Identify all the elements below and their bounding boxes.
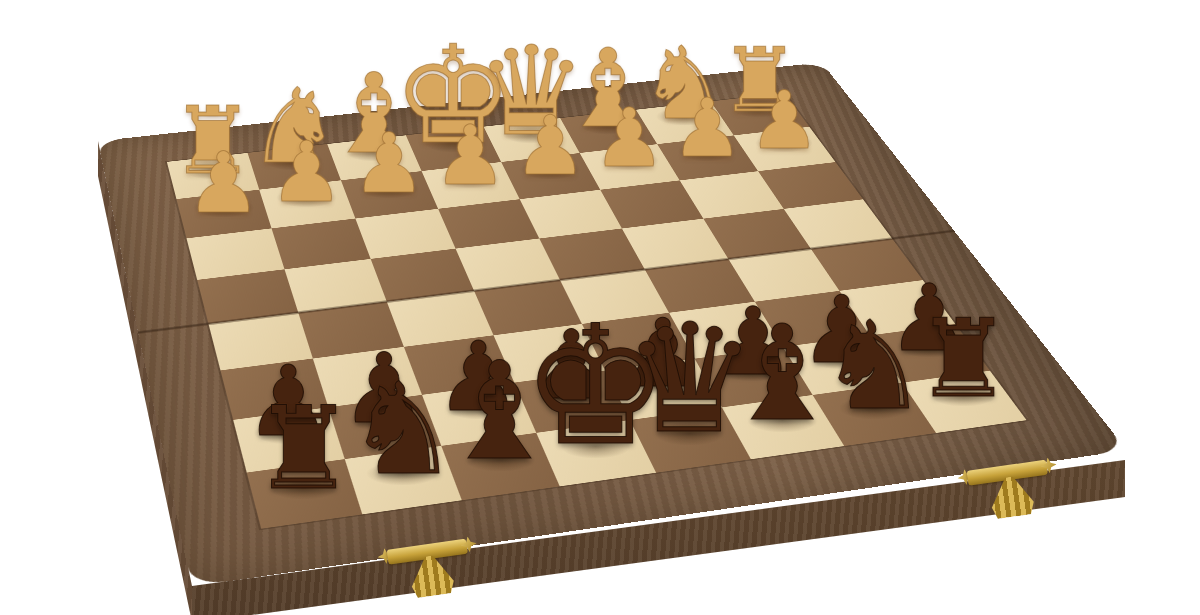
piece-white-pawn[interactable]: ♟ bbox=[186, 141, 261, 225]
brass-clasp-icon bbox=[378, 532, 482, 611]
piece-white-pawn[interactable]: ♟ bbox=[593, 96, 666, 177]
piece-black-rook[interactable]: ♜ bbox=[915, 306, 1012, 414]
piece-white-pawn[interactable]: ♟ bbox=[352, 122, 426, 205]
piece-black-rook[interactable]: ♜ bbox=[253, 392, 355, 506]
piece-white-pawn[interactable]: ♟ bbox=[748, 79, 820, 159]
product-photo-stage: ♜♞♝♚♛♝♞♜♟♟♟♟♟♟♟♟♟♟♟♟♟♟♟♟♜♞♝♚♛♝♞♜ bbox=[0, 0, 1200, 615]
piece-white-pawn[interactable]: ♟ bbox=[513, 105, 586, 187]
piece-black-knight[interactable]: ♞ bbox=[819, 305, 928, 427]
piece-white-pawn[interactable]: ♟ bbox=[671, 88, 743, 169]
brass-clasp-icon bbox=[958, 453, 1062, 532]
piece-white-pawn[interactable]: ♟ bbox=[269, 131, 344, 215]
piece-white-pawn[interactable]: ♟ bbox=[433, 114, 507, 196]
